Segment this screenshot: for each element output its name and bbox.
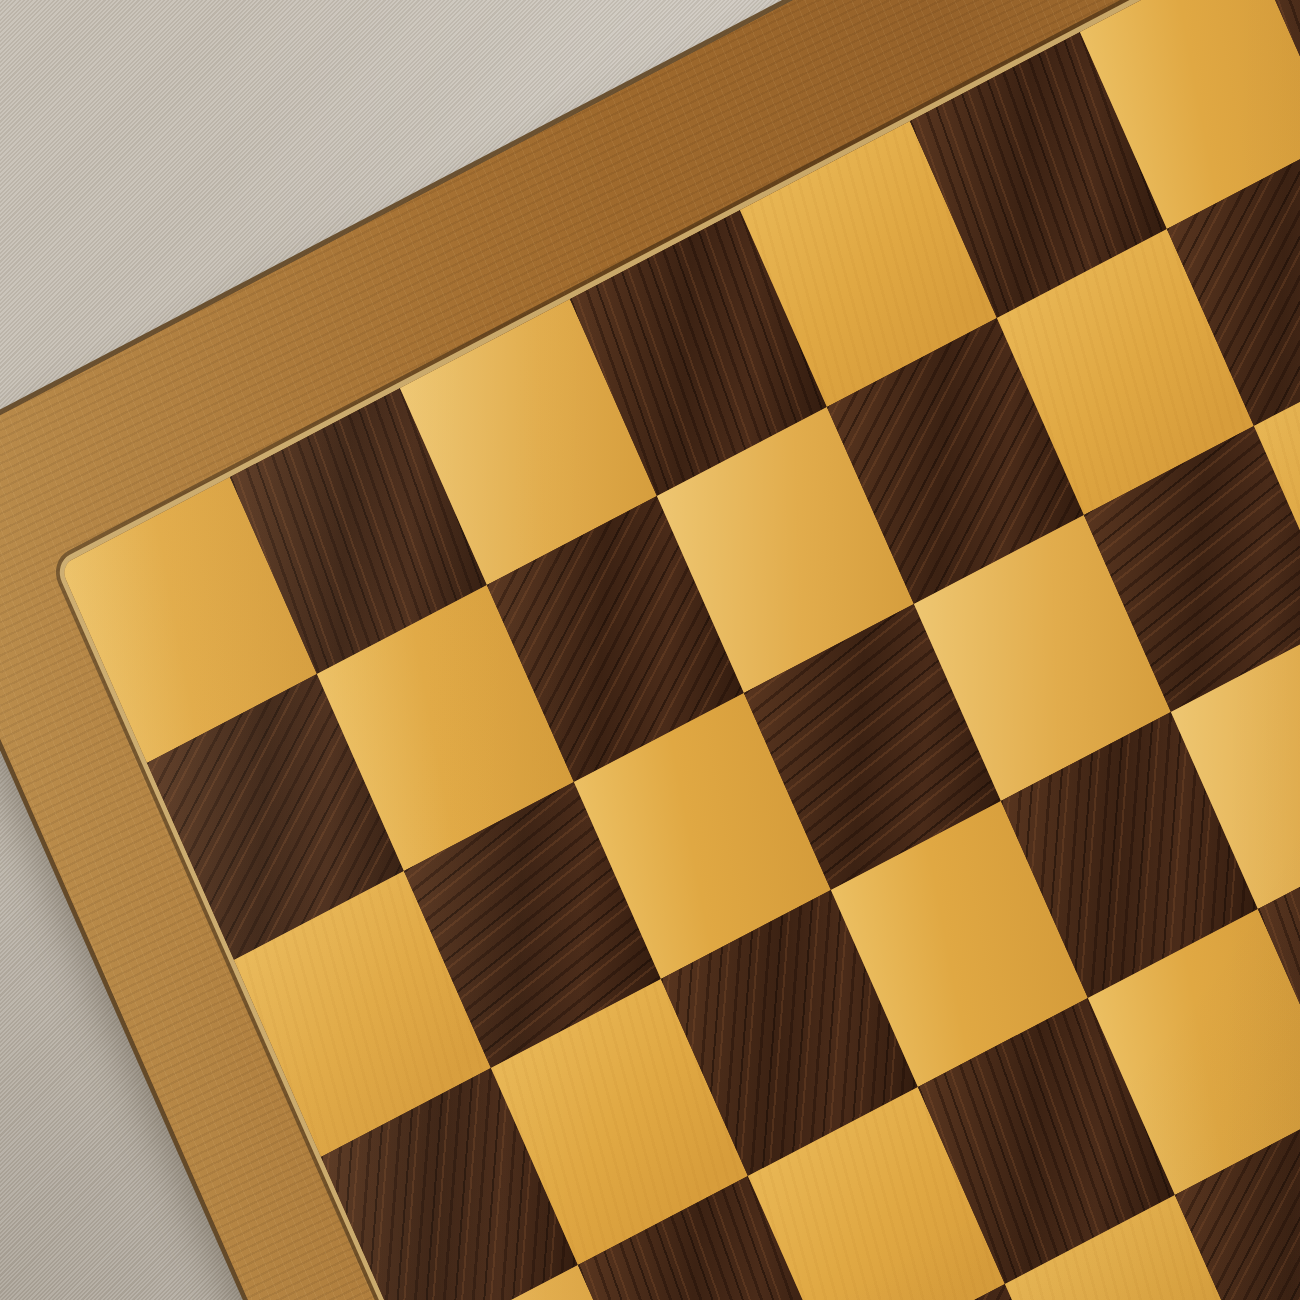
photo-scene [0,0,1300,1300]
